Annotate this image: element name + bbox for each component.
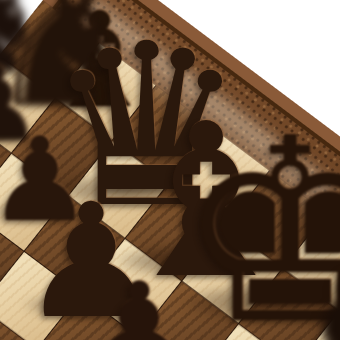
chess-piece-pawn: ♟	[75, 266, 203, 340]
chess-piece-pawn: ♟	[260, 252, 340, 340]
pieces-layer: ♞♞♝♛♟♟♟♟♝♚♟	[0, 0, 340, 340]
chess-set-photo: ♞♞♝♛♟♟♟♟♝♚♟	[0, 0, 340, 340]
